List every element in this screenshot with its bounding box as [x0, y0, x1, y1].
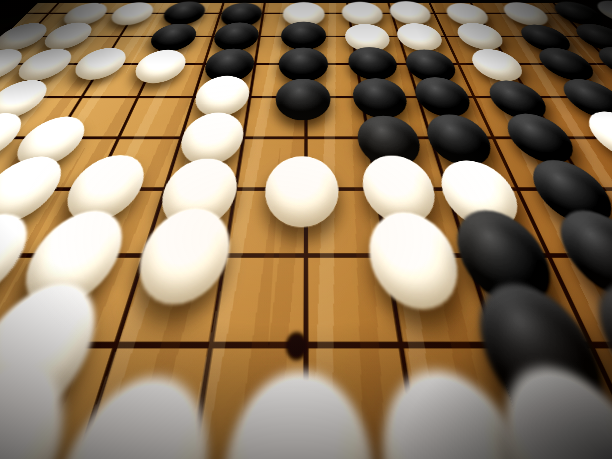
- go-board: [0, 3, 612, 459]
- stone-black: [158, 1, 208, 24]
- stone-white: [387, 1, 436, 24]
- board-cell: [138, 24, 207, 49]
- star-point: [285, 331, 307, 359]
- board-cell: [198, 24, 269, 49]
- board-cell: [159, 116, 258, 162]
- board-cell: [339, 80, 417, 117]
- board-cell: [175, 80, 263, 117]
- board-cell: [207, 3, 272, 24]
- board-cell: [151, 3, 214, 24]
- stone-black: [421, 114, 501, 165]
- stone-black: [351, 78, 412, 118]
- stone-white: [341, 2, 386, 26]
- stone-white: [393, 23, 447, 51]
- go-board-photo: [0, 0, 612, 459]
- board-cell: [244, 162, 352, 220]
- board-cell: [258, 80, 342, 117]
- stone-black: [277, 47, 329, 81]
- board-cell: [262, 50, 338, 80]
- board-cell: [333, 24, 396, 49]
- stone-white: [128, 50, 190, 83]
- stone-black: [410, 77, 477, 117]
- stone-black: [210, 23, 261, 51]
- stone-black: [280, 22, 327, 50]
- stone-white: [452, 23, 510, 50]
- stone-white: [262, 156, 341, 227]
- board-cell: [266, 24, 335, 49]
- board-cell: [201, 403, 385, 459]
- board-cell: [252, 116, 347, 162]
- stone-white: [498, 2, 556, 25]
- stone-black: [274, 79, 332, 121]
- board-cell: [331, 3, 389, 24]
- scene: [0, 0, 612, 459]
- stone-white: [126, 209, 235, 305]
- stone-white: [174, 113, 247, 165]
- board-cell: [501, 403, 612, 459]
- stone-white: [466, 49, 531, 81]
- board-cell: [235, 220, 360, 297]
- board-cell: [336, 50, 406, 80]
- stone-black: [347, 47, 401, 80]
- stone-white: [190, 76, 252, 116]
- stone-black: [145, 24, 201, 52]
